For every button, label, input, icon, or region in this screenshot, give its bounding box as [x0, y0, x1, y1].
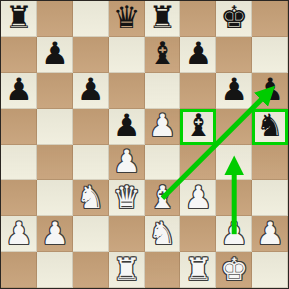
white-pawn-piece: ♟	[184, 182, 212, 213]
white-pawn-piece: ♟	[256, 218, 284, 249]
white-bishop-piece: ♝	[149, 182, 177, 213]
black-queen-piece: ♛	[113, 2, 141, 33]
square-g1[interactable]: ♚	[216, 252, 252, 288]
square-b6[interactable]	[37, 73, 73, 109]
black-pawn-piece: ♟	[77, 74, 105, 105]
square-c1[interactable]	[73, 252, 109, 288]
white-pawn-piece: ♟	[113, 146, 141, 177]
square-e3[interactable]: ♝	[145, 180, 181, 216]
square-d8[interactable]: ♛	[109, 1, 145, 37]
white-pawn-piece: ♟	[41, 218, 69, 249]
square-d6[interactable]	[109, 73, 145, 109]
black-bishop-piece: ♝	[184, 110, 212, 141]
square-f8[interactable]	[180, 1, 216, 37]
black-pawn-piece: ♟	[5, 74, 33, 105]
chess-board: ♜♛♜♚♟♝♟♟♟♟♟♟♟♝♞♟♞♛♝♟♟♟♞♟♟♜♜♚	[1, 1, 288, 288]
square-b4[interactable]	[37, 145, 73, 181]
white-pawn-piece: ♟	[220, 218, 248, 249]
square-e1[interactable]	[145, 252, 181, 288]
white-knight-piece: ♞	[77, 182, 105, 213]
square-a1[interactable]	[1, 252, 37, 288]
square-g2[interactable]: ♟	[216, 216, 252, 252]
square-f3[interactable]: ♟	[180, 180, 216, 216]
square-b1[interactable]	[37, 252, 73, 288]
square-c2[interactable]	[73, 216, 109, 252]
black-pawn-piece: ♟	[113, 110, 141, 141]
square-f7[interactable]: ♟	[180, 37, 216, 73]
square-e6[interactable]	[145, 73, 181, 109]
square-a2[interactable]: ♟	[1, 216, 37, 252]
white-rook-piece: ♜	[184, 254, 212, 285]
square-d2[interactable]	[109, 216, 145, 252]
square-h3[interactable]	[252, 180, 288, 216]
square-a4[interactable]	[1, 145, 37, 181]
square-a8[interactable]: ♜	[1, 1, 37, 37]
square-f4[interactable]	[180, 145, 216, 181]
black-pawn-piece: ♟	[220, 74, 248, 105]
square-c8[interactable]	[73, 1, 109, 37]
black-rook-piece: ♜	[149, 2, 177, 33]
black-rook-piece: ♜	[5, 2, 33, 33]
white-pawn-piece: ♟	[5, 218, 33, 249]
square-h7[interactable]	[252, 37, 288, 73]
square-a5[interactable]	[1, 109, 37, 145]
square-b5[interactable]	[37, 109, 73, 145]
square-e8[interactable]: ♜	[145, 1, 181, 37]
square-g3[interactable]	[216, 180, 252, 216]
black-king-piece: ♚	[220, 2, 248, 33]
square-h2[interactable]: ♟	[252, 216, 288, 252]
square-e7[interactable]: ♝	[145, 37, 181, 73]
square-c7[interactable]	[73, 37, 109, 73]
square-c3[interactable]: ♞	[73, 180, 109, 216]
square-b2[interactable]: ♟	[37, 216, 73, 252]
square-a6[interactable]: ♟	[1, 73, 37, 109]
square-d1[interactable]: ♜	[109, 252, 145, 288]
square-g8[interactable]: ♚	[216, 1, 252, 37]
chess-board-frame: ♜♛♜♚♟♝♟♟♟♟♟♟♟♝♞♟♞♛♝♟♟♟♞♟♟♜♜♚	[0, 0, 289, 289]
square-d3[interactable]: ♛	[109, 180, 145, 216]
square-h1[interactable]	[252, 252, 288, 288]
square-h5[interactable]: ♞	[252, 109, 288, 145]
square-e4[interactable]	[145, 145, 181, 181]
square-d7[interactable]	[109, 37, 145, 73]
white-rook-piece: ♜	[113, 254, 141, 285]
white-king-piece: ♚	[220, 254, 248, 285]
square-a7[interactable]	[1, 37, 37, 73]
square-c5[interactable]	[73, 109, 109, 145]
square-g5[interactable]	[216, 109, 252, 145]
square-d4[interactable]: ♟	[109, 145, 145, 181]
white-queen-piece: ♛	[113, 182, 141, 213]
square-b7[interactable]: ♟	[37, 37, 73, 73]
square-c4[interactable]	[73, 145, 109, 181]
square-a3[interactable]	[1, 180, 37, 216]
black-pawn-piece: ♟	[184, 38, 212, 69]
black-pawn-piece: ♟	[41, 38, 69, 69]
square-h6[interactable]: ♟	[252, 73, 288, 109]
square-f2[interactable]	[180, 216, 216, 252]
square-b3[interactable]	[37, 180, 73, 216]
square-f1[interactable]: ♜	[180, 252, 216, 288]
square-g7[interactable]	[216, 37, 252, 73]
square-h8[interactable]	[252, 1, 288, 37]
square-g6[interactable]: ♟	[216, 73, 252, 109]
square-f6[interactable]	[180, 73, 216, 109]
square-d5[interactable]: ♟	[109, 109, 145, 145]
square-e2[interactable]: ♞	[145, 216, 181, 252]
white-pawn-piece: ♟	[149, 110, 177, 141]
black-pawn-piece: ♟	[256, 74, 284, 105]
square-f5[interactable]: ♝	[180, 109, 216, 145]
square-c6[interactable]: ♟	[73, 73, 109, 109]
square-g4[interactable]	[216, 145, 252, 181]
square-h4[interactable]	[252, 145, 288, 181]
white-knight-piece: ♞	[149, 218, 177, 249]
black-bishop-piece: ♝	[149, 38, 177, 69]
square-b8[interactable]	[37, 1, 73, 37]
square-e5[interactable]: ♟	[145, 109, 181, 145]
black-knight-piece: ♞	[256, 110, 284, 141]
